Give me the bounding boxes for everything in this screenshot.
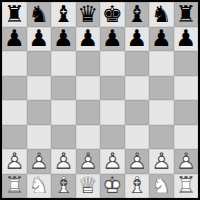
square-e5[interactable] xyxy=(100,76,125,101)
piece-white-rook: ♜♖ xyxy=(2,174,27,199)
piece-outline-glyph: ♙ xyxy=(76,149,101,174)
square-c5[interactable] xyxy=(51,76,76,101)
piece-glyph: ♟ xyxy=(174,27,199,52)
piece-outline-glyph: ♘ xyxy=(149,174,174,199)
square-b6[interactable] xyxy=(27,51,52,76)
piece-black-pawn: ♟ xyxy=(174,27,199,52)
square-h2[interactable]: ♟♙ xyxy=(174,149,199,174)
piece-black-pawn: ♟ xyxy=(2,27,27,52)
square-f7[interactable]: ♟ xyxy=(125,27,150,52)
piece-black-pawn: ♟ xyxy=(100,27,125,52)
square-a4[interactable] xyxy=(2,100,27,125)
square-g4[interactable] xyxy=(149,100,174,125)
piece-glyph: ♟ xyxy=(125,27,150,52)
square-h7[interactable]: ♟ xyxy=(174,27,199,52)
square-g5[interactable] xyxy=(149,76,174,101)
piece-glyph: ♝ xyxy=(125,2,150,27)
square-e3[interactable] xyxy=(100,125,125,150)
piece-black-rook: ♜ xyxy=(174,2,199,27)
square-g2[interactable]: ♟♙ xyxy=(149,149,174,174)
square-d2[interactable]: ♟♙ xyxy=(76,149,101,174)
piece-black-queen: ♛ xyxy=(76,2,101,27)
piece-glyph: ♜ xyxy=(174,2,199,27)
piece-black-pawn: ♟ xyxy=(125,27,150,52)
square-e6[interactable] xyxy=(100,51,125,76)
piece-outline-glyph: ♙ xyxy=(51,149,76,174)
piece-outline-glyph: ♙ xyxy=(174,149,199,174)
piece-white-pawn: ♟♙ xyxy=(149,149,174,174)
piece-outline-glyph: ♔ xyxy=(100,174,125,199)
square-d5[interactable] xyxy=(76,76,101,101)
piece-outline-glyph: ♖ xyxy=(174,174,199,199)
piece-black-rook: ♜ xyxy=(2,2,27,27)
piece-glyph: ♛ xyxy=(76,2,101,27)
piece-glyph: ♚ xyxy=(100,2,125,27)
piece-glyph: ♝ xyxy=(51,2,76,27)
piece-white-rook: ♜♖ xyxy=(174,174,199,199)
square-a1[interactable]: ♜♖ xyxy=(2,174,27,199)
piece-outline-glyph: ♙ xyxy=(2,149,27,174)
square-a3[interactable] xyxy=(2,125,27,150)
square-b8[interactable]: ♞ xyxy=(27,2,52,27)
square-d1[interactable]: ♛♕ xyxy=(76,174,101,199)
square-a8[interactable]: ♜ xyxy=(2,2,27,27)
square-c3[interactable] xyxy=(51,125,76,150)
piece-white-knight: ♞♘ xyxy=(149,174,174,199)
square-h5[interactable] xyxy=(174,76,199,101)
square-c6[interactable] xyxy=(51,51,76,76)
square-b2[interactable]: ♟♙ xyxy=(27,149,52,174)
piece-white-king: ♚♔ xyxy=(100,174,125,199)
piece-outline-glyph: ♕ xyxy=(76,174,101,199)
square-e7[interactable]: ♟ xyxy=(100,27,125,52)
square-f6[interactable] xyxy=(125,51,150,76)
square-h6[interactable] xyxy=(174,51,199,76)
square-b5[interactable] xyxy=(27,76,52,101)
square-b4[interactable] xyxy=(27,100,52,125)
square-g3[interactable] xyxy=(149,125,174,150)
piece-glyph: ♞ xyxy=(149,2,174,27)
square-c7[interactable]: ♟ xyxy=(51,27,76,52)
piece-white-knight: ♞♘ xyxy=(27,174,52,199)
piece-white-pawn: ♟♙ xyxy=(174,149,199,174)
square-c4[interactable] xyxy=(51,100,76,125)
piece-white-pawn: ♟♙ xyxy=(2,149,27,174)
piece-glyph: ♟ xyxy=(76,27,101,52)
square-e2[interactable]: ♟♙ xyxy=(100,149,125,174)
piece-glyph: ♟ xyxy=(27,27,52,52)
piece-black-pawn: ♟ xyxy=(76,27,101,52)
piece-black-knight: ♞ xyxy=(149,2,174,27)
piece-white-bishop: ♝♗ xyxy=(125,174,150,199)
piece-black-pawn: ♟ xyxy=(51,27,76,52)
square-f1[interactable]: ♝♗ xyxy=(125,174,150,199)
piece-outline-glyph: ♙ xyxy=(100,149,125,174)
square-d4[interactable] xyxy=(76,100,101,125)
piece-white-pawn: ♟♙ xyxy=(125,149,150,174)
piece-outline-glyph: ♖ xyxy=(2,174,27,199)
piece-glyph: ♟ xyxy=(100,27,125,52)
piece-white-pawn: ♟♙ xyxy=(76,149,101,174)
square-a6[interactable] xyxy=(2,51,27,76)
square-b3[interactable] xyxy=(27,125,52,150)
square-e4[interactable] xyxy=(100,100,125,125)
piece-black-knight: ♞ xyxy=(27,2,52,27)
piece-glyph: ♟ xyxy=(51,27,76,52)
square-f4[interactable] xyxy=(125,100,150,125)
square-g8[interactable]: ♞ xyxy=(149,2,174,27)
piece-white-bishop: ♝♗ xyxy=(51,174,76,199)
square-d3[interactable] xyxy=(76,125,101,150)
square-g7[interactable]: ♟ xyxy=(149,27,174,52)
piece-black-bishop: ♝ xyxy=(51,2,76,27)
piece-glyph: ♜ xyxy=(2,2,27,27)
piece-black-pawn: ♟ xyxy=(149,27,174,52)
square-e8[interactable]: ♚ xyxy=(100,2,125,27)
piece-outline-glyph: ♙ xyxy=(27,149,52,174)
piece-black-king: ♚ xyxy=(100,2,125,27)
square-a5[interactable] xyxy=(2,76,27,101)
piece-outline-glyph: ♘ xyxy=(27,174,52,199)
square-c1[interactable]: ♝♗ xyxy=(51,174,76,199)
piece-glyph: ♟ xyxy=(2,27,27,52)
piece-white-pawn: ♟♙ xyxy=(27,149,52,174)
piece-white-pawn: ♟♙ xyxy=(51,149,76,174)
square-f3[interactable] xyxy=(125,125,150,150)
square-g6[interactable] xyxy=(149,51,174,76)
square-f5[interactable] xyxy=(125,76,150,101)
piece-white-queen: ♛♕ xyxy=(76,174,101,199)
square-g1[interactable]: ♞♘ xyxy=(149,174,174,199)
square-h3[interactable] xyxy=(174,125,199,150)
piece-outline-glyph: ♙ xyxy=(125,149,150,174)
square-a7[interactable]: ♟ xyxy=(2,27,27,52)
piece-black-pawn: ♟ xyxy=(27,27,52,52)
square-d7[interactable]: ♟ xyxy=(76,27,101,52)
square-h1[interactable]: ♜♖ xyxy=(174,174,199,199)
square-f2[interactable]: ♟♙ xyxy=(125,149,150,174)
square-f8[interactable]: ♝ xyxy=(125,2,150,27)
piece-white-pawn: ♟♙ xyxy=(100,149,125,174)
square-c8[interactable]: ♝ xyxy=(51,2,76,27)
chess-board: ♜♞♝♛♚♝♞♜♟♟♟♟♟♟♟♟♟♙♟♙♟♙♟♙♟♙♟♙♟♙♟♙♜♖♞♘♝♗♛♕… xyxy=(0,0,200,200)
piece-black-bishop: ♝ xyxy=(125,2,150,27)
square-h4[interactable] xyxy=(174,100,199,125)
square-c2[interactable]: ♟♙ xyxy=(51,149,76,174)
square-a2[interactable]: ♟♙ xyxy=(2,149,27,174)
piece-outline-glyph: ♗ xyxy=(125,174,150,199)
square-d6[interactable] xyxy=(76,51,101,76)
piece-glyph: ♞ xyxy=(27,2,52,27)
square-b1[interactable]: ♞♘ xyxy=(27,174,52,199)
square-b7[interactable]: ♟ xyxy=(27,27,52,52)
piece-outline-glyph: ♙ xyxy=(149,149,174,174)
square-e1[interactable]: ♚♔ xyxy=(100,174,125,199)
piece-glyph: ♟ xyxy=(149,27,174,52)
piece-outline-glyph: ♗ xyxy=(51,174,76,199)
square-d8[interactable]: ♛ xyxy=(76,2,101,27)
square-h8[interactable]: ♜ xyxy=(174,2,199,27)
